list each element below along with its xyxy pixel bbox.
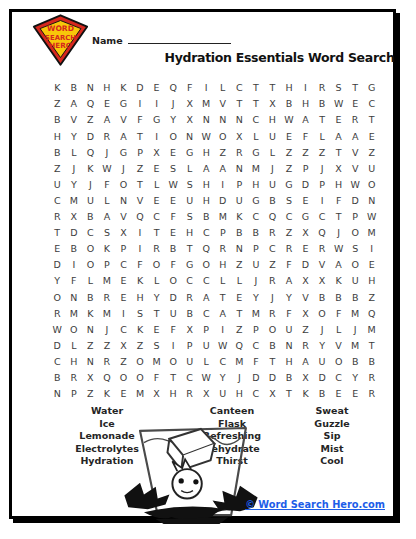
grid-cell-r15c13[interactable]: M [248, 305, 265, 321]
grid-cell-r10c15[interactable]: Z [281, 225, 298, 241]
grid-cell-r18c9[interactable]: U [181, 354, 198, 370]
grid-cell-r20c20[interactable]: R [363, 386, 380, 402]
grid-cell-r13c11[interactable]: L [214, 273, 231, 289]
grid-cell-r13c19[interactable]: U [347, 273, 364, 289]
grid-cell-r15c12[interactable]: T [231, 305, 248, 321]
grid-cell-r4c7[interactable]: I [148, 128, 165, 144]
grid-cell-r13c3[interactable]: L [82, 273, 99, 289]
grid-cell-r7c6[interactable]: T [132, 177, 149, 193]
grid-cell-r2c20[interactable]: C [363, 96, 380, 112]
grid-cell-r15c8[interactable]: U [165, 305, 182, 321]
grid-cell-r4c2[interactable]: Y [66, 128, 83, 144]
grid-cell-r3c19[interactable]: R [347, 112, 364, 128]
grid-cell-r5c16[interactable]: Z [297, 144, 314, 160]
grid-cell-r7c1[interactable]: U [49, 177, 66, 193]
grid-cell-r9c18[interactable]: T [330, 209, 347, 225]
grid-cell-r11c18[interactable]: W [330, 241, 347, 257]
grid-cell-r5c8[interactable]: E [165, 144, 182, 160]
grid-cell-r19c2[interactable]: R [66, 370, 83, 386]
grid-cell-r3c9[interactable]: X [181, 112, 198, 128]
grid-cell-r15c19[interactable]: M [347, 305, 364, 321]
grid-cell-r4c19[interactable]: A [347, 128, 364, 144]
grid-cell-r11c16[interactable]: E [297, 241, 314, 257]
grid-cell-r5c12[interactable]: R [231, 144, 248, 160]
grid-cell-r14c3[interactable]: B [82, 289, 99, 305]
grid-cell-r4c9[interactable]: N [181, 128, 198, 144]
grid-cell-r12c10[interactable]: O [198, 257, 215, 273]
grid-cell-r1c12[interactable]: C [231, 80, 248, 96]
grid-cell-r16c18[interactable]: L [330, 322, 347, 338]
grid-cell-r6c9[interactable]: L [181, 161, 198, 177]
grid-cell-r3c11[interactable]: N [214, 112, 231, 128]
grid-cell-r12c7[interactable]: O [148, 257, 165, 273]
grid-cell-r13c16[interactable]: X [297, 273, 314, 289]
grid-cell-r18c6[interactable]: O [132, 354, 149, 370]
grid-cell-r14c13[interactable]: Y [248, 289, 265, 305]
grid-cell-r17c12[interactable]: Q [231, 338, 248, 354]
grid-cell-r3c6[interactable]: F [132, 112, 149, 128]
grid-cell-r7c12[interactable]: P [231, 177, 248, 193]
grid-cell-r8c3[interactable]: U [82, 193, 99, 209]
grid-cell-r4c17[interactable]: L [314, 128, 331, 144]
grid-cell-r6c3[interactable]: K [82, 161, 99, 177]
grid-cell-r15c17[interactable]: O [314, 305, 331, 321]
grid-cell-r5c11[interactable]: Z [214, 144, 231, 160]
grid-cell-r6c15[interactable]: Z [281, 161, 298, 177]
grid-cell-r13c18[interactable]: K [330, 273, 347, 289]
grid-cell-r3c10[interactable]: N [198, 112, 215, 128]
grid-cell-r6c4[interactable]: W [99, 161, 116, 177]
grid-cell-r20c6[interactable]: M [132, 386, 149, 402]
word-search-hero-link[interactable]: © Word Search Hero.com [245, 499, 385, 510]
grid-cell-r11c8[interactable]: B [165, 241, 182, 257]
grid-cell-r3c20[interactable]: T [363, 112, 380, 128]
grid-cell-r7c2[interactable]: Y [66, 177, 83, 193]
grid-cell-r11c12[interactable]: N [231, 241, 248, 257]
grid-cell-r1c9[interactable]: F [181, 80, 198, 96]
grid-cell-r2c14[interactable]: X [264, 96, 281, 112]
grid-cell-r12c15[interactable]: F [281, 257, 298, 273]
grid-cell-r3c16[interactable]: A [297, 112, 314, 128]
grid-cell-r10c10[interactable]: C [198, 225, 215, 241]
grid-cell-r14c15[interactable]: Y [281, 289, 298, 305]
grid-cell-r17c10[interactable]: U [198, 338, 215, 354]
grid-cell-r5c2[interactable]: L [66, 144, 83, 160]
grid-cell-r20c13[interactable]: C [248, 386, 265, 402]
grid-cell-r8c18[interactable]: F [330, 193, 347, 209]
grid-cell-r8c20[interactable]: N [363, 193, 380, 209]
grid-cell-r20c2[interactable]: P [66, 386, 83, 402]
grid-cell-r7c14[interactable]: U [264, 177, 281, 193]
grid-cell-r9c16[interactable]: G [297, 209, 314, 225]
grid-cell-r4c18[interactable]: A [330, 128, 347, 144]
grid-cell-r9c2[interactable]: X [66, 209, 83, 225]
grid-cell-r6c5[interactable]: J [115, 161, 132, 177]
grid-cell-r15c6[interactable]: S [132, 305, 149, 321]
grid-cell-r2c9[interactable]: X [181, 96, 198, 112]
grid-cell-r20c3[interactable]: Z [82, 386, 99, 402]
grid-cell-r6c10[interactable]: A [198, 161, 215, 177]
grid-cell-r20c14[interactable]: X [264, 386, 281, 402]
grid-cell-r6c20[interactable]: U [363, 161, 380, 177]
grid-cell-r7c7[interactable]: L [148, 177, 165, 193]
grid-cell-r14c6[interactable]: H [132, 289, 149, 305]
grid-cell-r4c20[interactable]: E [363, 128, 380, 144]
grid-cell-r18c5[interactable]: Z [115, 354, 132, 370]
grid-cell-r7c4[interactable]: F [99, 177, 116, 193]
grid-cell-r10c7[interactable]: T [148, 225, 165, 241]
grid-cell-r10c11[interactable]: P [214, 225, 231, 241]
grid-cell-r4c12[interactable]: X [231, 128, 248, 144]
grid-cell-r19c9[interactable]: C [181, 370, 198, 386]
grid-cell-r18c11[interactable]: C [214, 354, 231, 370]
grid-cell-r2c15[interactable]: B [281, 96, 298, 112]
grid-cell-r4c10[interactable]: W [198, 128, 215, 144]
grid-cell-r6c18[interactable]: X [330, 161, 347, 177]
grid-cell-r6c12[interactable]: N [231, 161, 248, 177]
grid-cell-r12c3[interactable]: O [82, 257, 99, 273]
grid-cell-r1c1[interactable]: K [49, 80, 66, 96]
grid-cell-r5c3[interactable]: Q [82, 144, 99, 160]
grid-cell-r15c15[interactable]: F [281, 305, 298, 321]
grid-cell-r10c12[interactable]: B [231, 225, 248, 241]
grid-cell-r10c1[interactable]: T [49, 225, 66, 241]
grid-cell-r4c11[interactable]: O [214, 128, 231, 144]
grid-cell-r1c3[interactable]: N [82, 80, 99, 96]
grid-cell-r8c14[interactable]: B [264, 193, 281, 209]
grid-cell-r9c17[interactable]: C [314, 209, 331, 225]
grid-cell-r9c12[interactable]: K [231, 209, 248, 225]
grid-cell-r17c13[interactable]: C [248, 338, 265, 354]
grid-cell-r15c16[interactable]: X [297, 305, 314, 321]
grid-cell-r4c1[interactable]: H [49, 128, 66, 144]
grid-cell-r8c9[interactable]: U [181, 193, 198, 209]
grid-cell-r3c3[interactable]: Z [82, 112, 99, 128]
grid-cell-r17c15[interactable]: N [281, 338, 298, 354]
grid-cell-r7c18[interactable]: H [330, 177, 347, 193]
grid-cell-r4c13[interactable]: L [248, 128, 265, 144]
grid-cell-r3c12[interactable]: N [231, 112, 248, 128]
grid-cell-r13c10[interactable]: C [198, 273, 215, 289]
grid-cell-r17c5[interactable]: X [115, 338, 132, 354]
grid-cell-r18c15[interactable]: H [281, 354, 298, 370]
grid-cell-r9c6[interactable]: Q [132, 209, 149, 225]
grid-cell-r15c20[interactable]: Q [363, 305, 380, 321]
grid-cell-r7c10[interactable]: H [198, 177, 215, 193]
grid-cell-r11c11[interactable]: R [214, 241, 231, 257]
grid-cell-r3c15[interactable]: W [281, 112, 298, 128]
grid-cell-r14c16[interactable]: V [297, 289, 314, 305]
grid-cell-r20c8[interactable]: H [165, 386, 182, 402]
grid-cell-r19c7[interactable]: F [148, 370, 165, 386]
grid-cell-r20c4[interactable]: K [99, 386, 116, 402]
grid-cell-r20c19[interactable]: E [347, 386, 364, 402]
grid-cell-r8c8[interactable]: E [165, 193, 182, 209]
grid-cell-r20c5[interactable]: E [115, 386, 132, 402]
grid-cell-r9c3[interactable]: B [82, 209, 99, 225]
grid-cell-r15c7[interactable]: T [148, 305, 165, 321]
grid-cell-r5c18[interactable]: T [330, 144, 347, 160]
grid-cell-r12c16[interactable]: D [297, 257, 314, 273]
grid-cell-r1c7[interactable]: E [148, 80, 165, 96]
grid-cell-r11c2[interactable]: B [66, 241, 83, 257]
grid-cell-r2c16[interactable]: H [297, 96, 314, 112]
grid-cell-r13c9[interactable]: C [181, 273, 198, 289]
grid-cell-r16c17[interactable]: J [314, 322, 331, 338]
grid-cell-r13c2[interactable]: F [66, 273, 83, 289]
grid-cell-r16c15[interactable]: U [281, 322, 298, 338]
grid-cell-r13c5[interactable]: E [115, 273, 132, 289]
grid-cell-r20c9[interactable]: R [181, 386, 198, 402]
grid-cell-r19c1[interactable]: B [49, 370, 66, 386]
grid-cell-r11c20[interactable]: I [363, 241, 380, 257]
grid-cell-r4c4[interactable]: R [99, 128, 116, 144]
grid-cell-r8c17[interactable]: I [314, 193, 331, 209]
grid-cell-r3c8[interactable]: Y [165, 112, 182, 128]
grid-cell-r15c1[interactable]: R [49, 305, 66, 321]
grid-cell-r2c2[interactable]: A [66, 96, 83, 112]
grid-cell-r16c6[interactable]: K [132, 322, 149, 338]
grid-cell-r7c11[interactable]: I [214, 177, 231, 193]
grid-cell-r16c16[interactable]: Z [297, 322, 314, 338]
grid-cell-r14c9[interactable]: R [181, 289, 198, 305]
grid-cell-r3c2[interactable]: V [66, 112, 83, 128]
grid-cell-r5c10[interactable]: H [198, 144, 215, 160]
grid-cell-r8c1[interactable]: C [49, 193, 66, 209]
grid-cell-r14c8[interactable]: D [165, 289, 182, 305]
grid-cell-r18c19[interactable]: B [347, 354, 364, 370]
grid-cell-r1c15[interactable]: H [281, 80, 298, 96]
grid-cell-r2c12[interactable]: T [231, 96, 248, 112]
grid-cell-r12c12[interactable]: Z [231, 257, 248, 273]
grid-cell-r12c4[interactable]: P [99, 257, 116, 273]
grid-cell-r8c4[interactable]: L [99, 193, 116, 209]
grid-cell-r11c5[interactable]: P [115, 241, 132, 257]
grid-cell-r13c13[interactable]: J [248, 273, 265, 289]
grid-cell-r17c16[interactable]: R [297, 338, 314, 354]
grid-cell-r19c11[interactable]: Y [214, 370, 231, 386]
grid-cell-r11c9[interactable]: T [181, 241, 198, 257]
grid-cell-r10c4[interactable]: S [99, 225, 116, 241]
grid-cell-r18c10[interactable]: L [198, 354, 215, 370]
grid-cell-r19c8[interactable]: T [165, 370, 182, 386]
grid-cell-r13c12[interactable]: L [231, 273, 248, 289]
grid-cell-r7c17[interactable]: P [314, 177, 331, 193]
grid-cell-r10c18[interactable]: J [330, 225, 347, 241]
grid-cell-r20c10[interactable]: X [198, 386, 215, 402]
grid-cell-r11c13[interactable]: P [248, 241, 265, 257]
grid-cell-r10c5[interactable]: X [115, 225, 132, 241]
grid-cell-r5c14[interactable]: L [264, 144, 281, 160]
grid-cell-r8c2[interactable]: M [66, 193, 83, 209]
grid-cell-r11c10[interactable]: Q [198, 241, 215, 257]
grid-cell-r2c19[interactable]: E [347, 96, 364, 112]
grid-cell-r8c12[interactable]: U [231, 193, 248, 209]
grid-cell-r9c9[interactable]: S [181, 209, 198, 225]
grid-cell-r3c14[interactable]: H [264, 112, 281, 128]
grid-cell-r7c13[interactable]: H [248, 177, 265, 193]
grid-cell-r19c18[interactable]: C [330, 370, 347, 386]
grid-cell-r20c1[interactable]: N [49, 386, 66, 402]
grid-cell-r16c12[interactable]: Z [231, 322, 248, 338]
grid-cell-r6c19[interactable]: V [347, 161, 364, 177]
grid-cell-r10c20[interactable]: M [363, 225, 380, 241]
grid-cell-r19c6[interactable]: O [132, 370, 149, 386]
grid-cell-r9c4[interactable]: A [99, 209, 116, 225]
grid-cell-r19c17[interactable]: D [314, 370, 331, 386]
grid-cell-r9c8[interactable]: F [165, 209, 182, 225]
grid-cell-r4c16[interactable]: F [297, 128, 314, 144]
grid-cell-r16c1[interactable]: W [49, 322, 66, 338]
grid-cell-r8c10[interactable]: H [198, 193, 215, 209]
grid-cell-r2c6[interactable]: I [132, 96, 149, 112]
grid-cell-r12c1[interactable]: D [49, 257, 66, 273]
grid-cell-r12c6[interactable]: F [132, 257, 149, 273]
grid-cell-r17c19[interactable]: M [347, 338, 364, 354]
grid-cell-r14c7[interactable]: Y [148, 289, 165, 305]
grid-cell-r7c8[interactable]: W [165, 177, 182, 193]
grid-cell-r1c5[interactable]: K [115, 80, 132, 96]
grid-cell-r6c6[interactable]: Z [132, 161, 149, 177]
grid-cell-r5c17[interactable]: Z [314, 144, 331, 160]
grid-cell-r4c15[interactable]: E [281, 128, 298, 144]
grid-cell-r16c3[interactable]: N [82, 322, 99, 338]
grid-cell-r12c20[interactable]: E [363, 257, 380, 273]
grid-cell-r1c19[interactable]: T [347, 80, 364, 96]
grid-cell-r1c4[interactable]: H [99, 80, 116, 96]
grid-cell-r17c18[interactable]: V [330, 338, 347, 354]
grid-cell-r20c18[interactable]: E [330, 386, 347, 402]
grid-cell-r9c19[interactable]: P [347, 209, 364, 225]
grid-cell-r16c9[interactable]: X [181, 322, 198, 338]
grid-cell-r3c5[interactable]: V [115, 112, 132, 128]
grid-cell-r10c16[interactable]: X [297, 225, 314, 241]
grid-cell-r19c14[interactable]: D [264, 370, 281, 386]
grid-cell-r18c4[interactable]: R [99, 354, 116, 370]
grid-cell-r6c7[interactable]: E [148, 161, 165, 177]
grid-cell-r2c7[interactable]: I [148, 96, 165, 112]
grid-cell-r16c14[interactable]: O [264, 322, 281, 338]
grid-cell-r5c4[interactable]: J [99, 144, 116, 160]
grid-cell-r1c2[interactable]: B [66, 80, 83, 96]
grid-cell-r16c8[interactable]: F [165, 322, 182, 338]
grid-cell-r4c14[interactable]: U [264, 128, 281, 144]
grid-cell-r2c1[interactable]: Z [49, 96, 66, 112]
grid-cell-r13c20[interactable]: H [363, 273, 380, 289]
grid-cell-r6c17[interactable]: J [314, 161, 331, 177]
grid-cell-r14c10[interactable]: A [198, 289, 215, 305]
grid-cell-r11c3[interactable]: O [82, 241, 99, 257]
grid-cell-r17c8[interactable]: I [165, 338, 182, 354]
grid-cell-r8c19[interactable]: D [347, 193, 364, 209]
grid-cell-r18c1[interactable]: C [49, 354, 66, 370]
grid-cell-r8c6[interactable]: V [132, 193, 149, 209]
grid-cell-r19c16[interactable]: X [297, 370, 314, 386]
grid-cell-r4c6[interactable]: T [132, 128, 149, 144]
grid-cell-r8c13[interactable]: G [248, 193, 265, 209]
grid-cell-r16c4[interactable]: J [99, 322, 116, 338]
grid-cell-r11c1[interactable]: E [49, 241, 66, 257]
grid-cell-r2c5[interactable]: G [115, 96, 132, 112]
grid-cell-r8c5[interactable]: N [115, 193, 132, 209]
grid-cell-r12c19[interactable]: O [347, 257, 364, 273]
grid-cell-r12c18[interactable]: A [330, 257, 347, 273]
grid-cell-r8c7[interactable]: E [148, 193, 165, 209]
grid-cell-r17c17[interactable]: Y [314, 338, 331, 354]
grid-cell-r10c2[interactable]: D [66, 225, 83, 241]
grid-cell-r13c7[interactable]: L [148, 273, 165, 289]
grid-cell-r1c20[interactable]: G [363, 80, 380, 96]
grid-cell-r9c7[interactable]: C [148, 209, 165, 225]
grid-cell-r17c4[interactable]: Z [99, 338, 116, 354]
grid-cell-r14c14[interactable]: J [264, 289, 281, 305]
grid-cell-r5c15[interactable]: Z [281, 144, 298, 160]
grid-cell-r13c14[interactable]: R [264, 273, 281, 289]
grid-cell-r2c11[interactable]: V [214, 96, 231, 112]
grid-cell-r3c1[interactable]: B [49, 112, 66, 128]
grid-cell-r9c14[interactable]: Q [264, 209, 281, 225]
grid-cell-r2c13[interactable]: T [248, 96, 265, 112]
grid-cell-r15c3[interactable]: K [82, 305, 99, 321]
grid-cell-r10c9[interactable]: H [181, 225, 198, 241]
grid-cell-r18c12[interactable]: M [231, 354, 248, 370]
grid-cell-r13c4[interactable]: M [99, 273, 116, 289]
grid-cell-r10c13[interactable]: B [248, 225, 265, 241]
grid-cell-r1c8[interactable]: Q [165, 80, 182, 96]
grid-cell-r6c13[interactable]: M [248, 161, 265, 177]
grid-cell-r19c13[interactable]: D [248, 370, 265, 386]
grid-cell-r19c19[interactable]: Y [347, 370, 364, 386]
grid-cell-r18c8[interactable]: O [165, 354, 182, 370]
grid-cell-r20c16[interactable]: K [297, 386, 314, 402]
grid-cell-r6c16[interactable]: P [297, 161, 314, 177]
grid-cell-r18c14[interactable]: T [264, 354, 281, 370]
grid-cell-r12c8[interactable]: F [165, 257, 182, 273]
grid-cell-r12c13[interactable]: U [248, 257, 265, 273]
grid-cell-r14c12[interactable]: E [231, 289, 248, 305]
grid-cell-r13c8[interactable]: O [165, 273, 182, 289]
grid-cell-r20c12[interactable]: H [231, 386, 248, 402]
grid-cell-r15c11[interactable]: A [214, 305, 231, 321]
grid-cell-r14c2[interactable]: N [66, 289, 83, 305]
grid-cell-r19c12[interactable]: J [231, 370, 248, 386]
grid-cell-r19c5[interactable]: O [115, 370, 132, 386]
grid-cell-r15c2[interactable]: M [66, 305, 83, 321]
grid-cell-r5c9[interactable]: G [181, 144, 198, 160]
grid-cell-r11c19[interactable]: S [347, 241, 364, 257]
grid-cell-r19c15[interactable]: B [281, 370, 298, 386]
grid-cell-r17c9[interactable]: P [181, 338, 198, 354]
grid-cell-r12c9[interactable]: G [181, 257, 198, 273]
grid-cell-r1c14[interactable]: T [264, 80, 281, 96]
grid-cell-r13c17[interactable]: X [314, 273, 331, 289]
grid-cell-r18c18[interactable]: O [330, 354, 347, 370]
grid-cell-r18c16[interactable]: A [297, 354, 314, 370]
grid-cell-r16c20[interactable]: M [363, 322, 380, 338]
grid-cell-r11c14[interactable]: C [264, 241, 281, 257]
grid-cell-r9c20[interactable]: W [363, 209, 380, 225]
grid-cell-r3c17[interactable]: T [314, 112, 331, 128]
grid-cell-r1c11[interactable]: L [214, 80, 231, 96]
grid-cell-r8c15[interactable]: S [281, 193, 298, 209]
grid-cell-r9c5[interactable]: V [115, 209, 132, 225]
grid-cell-r15c10[interactable]: C [198, 305, 215, 321]
grid-cell-r12c5[interactable]: C [115, 257, 132, 273]
grid-cell-r20c17[interactable]: B [314, 386, 331, 402]
grid-cell-r6c2[interactable]: J [66, 161, 83, 177]
grid-cell-r15c18[interactable]: F [330, 305, 347, 321]
grid-cell-r2c18[interactable]: W [330, 96, 347, 112]
